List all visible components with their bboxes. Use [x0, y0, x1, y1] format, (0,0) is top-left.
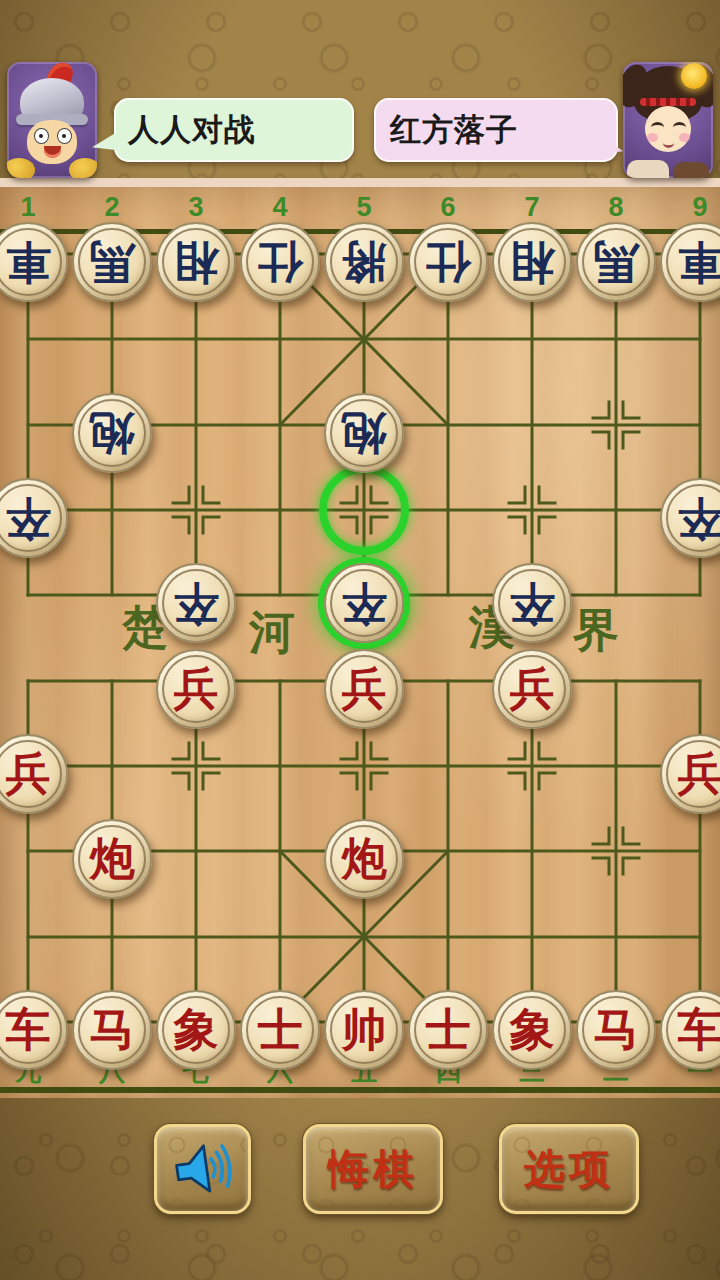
file-number-top-2: 2 — [98, 192, 126, 223]
piece-glyph: 帅 — [326, 992, 402, 1068]
piece-glyph: 马 — [578, 992, 654, 1068]
piece-glyph: 车 — [662, 992, 720, 1068]
piece-red-马[interactable]: 马 — [72, 990, 152, 1070]
princess-blush — [679, 133, 690, 142]
undo-button[interactable]: 悔棋 — [303, 1124, 443, 1214]
piece-glyph: 仕 — [242, 224, 318, 300]
piece-glyph: 兵 — [158, 651, 234, 727]
xiangqi-app: 人人对战 红方落子 悔棋 选项 1234567 — [0, 0, 720, 1280]
piece-red-兵[interactable]: 兵 — [156, 649, 236, 729]
piece-red-炮[interactable]: 炮 — [72, 819, 152, 899]
princess-bead-headband — [640, 98, 696, 106]
piece-glyph: 將 — [326, 224, 402, 300]
piece-glyph: 兵 — [0, 736, 66, 812]
mode-bubble-text: 人人对战 — [128, 109, 256, 151]
piece-red-帅[interactable]: 帅 — [324, 990, 404, 1070]
knight-shoulder — [69, 158, 97, 178]
piece-glyph: 士 — [410, 992, 486, 1068]
knight-shoulder — [7, 158, 35, 178]
princess-gold-ornament — [681, 63, 707, 89]
piece-red-象[interactable]: 象 — [492, 990, 572, 1070]
piece-black-炮[interactable]: 炮 — [324, 393, 404, 473]
player-avatar-right — [623, 62, 713, 178]
piece-black-卒[interactable]: 卒 — [660, 478, 720, 558]
piece-glyph: 車 — [662, 224, 720, 300]
piece-black-相[interactable]: 相 — [156, 222, 236, 302]
princess-mouth — [663, 138, 674, 148]
piece-black-相[interactable]: 相 — [492, 222, 572, 302]
piece-black-卒[interactable]: 卒 — [492, 563, 572, 643]
river-text: 界 — [573, 600, 619, 662]
piece-glyph: 兵 — [326, 651, 402, 727]
piece-glyph: 車 — [0, 224, 66, 300]
princess-blush — [647, 133, 658, 142]
last-move-origin-ring — [319, 465, 409, 555]
piece-red-炮[interactable]: 炮 — [324, 819, 404, 899]
knight-eye — [57, 128, 72, 144]
piece-glyph: 卒 — [0, 480, 66, 556]
options-button-label: 选项 — [524, 1142, 614, 1197]
piece-black-卒[interactable]: 卒 — [324, 563, 404, 643]
piece-glyph: 车 — [0, 992, 66, 1068]
piece-glyph: 炮 — [74, 395, 150, 471]
piece-black-炮[interactable]: 炮 — [72, 393, 152, 473]
piece-glyph: 兵 — [662, 736, 720, 812]
file-number-top-1: 1 — [14, 192, 42, 223]
mode-bubble: 人人对战 — [114, 98, 354, 162]
piece-red-车[interactable]: 车 — [660, 990, 720, 1070]
file-number-top-7: 7 — [518, 192, 546, 223]
piece-black-仕[interactable]: 仕 — [408, 222, 488, 302]
piece-red-兵[interactable]: 兵 — [660, 734, 720, 814]
piece-glyph: 炮 — [74, 821, 150, 897]
piece-glyph: 士 — [242, 992, 318, 1068]
piece-glyph: 象 — [494, 992, 570, 1068]
piece-glyph: 炮 — [326, 821, 402, 897]
options-button[interactable]: 选项 — [499, 1124, 639, 1214]
turn-bubble: 红方落子 — [374, 98, 618, 162]
piece-glyph: 马 — [74, 992, 150, 1068]
board-top-trim — [0, 178, 720, 187]
piece-glyph: 象 — [158, 992, 234, 1068]
piece-red-象[interactable]: 象 — [156, 990, 236, 1070]
file-number-top-5: 5 — [350, 192, 378, 223]
princess-eye — [651, 122, 664, 133]
piece-red-马[interactable]: 马 — [576, 990, 656, 1070]
piece-red-兵[interactable]: 兵 — [0, 734, 68, 814]
file-number-top-8: 8 — [602, 192, 630, 223]
piece-glyph: 相 — [494, 224, 570, 300]
piece-glyph: 馬 — [578, 224, 654, 300]
piece-glyph: 仕 — [410, 224, 486, 300]
piece-red-车[interactable]: 车 — [0, 990, 68, 1070]
piece-glyph: 卒 — [158, 565, 234, 641]
piece-glyph: 卒 — [494, 565, 570, 641]
princess-robe — [673, 162, 709, 178]
piece-red-士[interactable]: 士 — [408, 990, 488, 1070]
piece-red-士[interactable]: 士 — [240, 990, 320, 1070]
piece-black-車[interactable]: 車 — [660, 222, 720, 302]
piece-glyph: 相 — [158, 224, 234, 300]
piece-glyph: 炮 — [326, 395, 402, 471]
piece-red-兵[interactable]: 兵 — [324, 649, 404, 729]
file-number-top-9: 9 — [686, 192, 714, 223]
princess-robe — [627, 160, 669, 178]
piece-black-馬[interactable]: 馬 — [576, 222, 656, 302]
piece-black-卒[interactable]: 卒 — [0, 478, 68, 558]
piece-black-馬[interactable]: 馬 — [72, 222, 152, 302]
piece-black-卒[interactable]: 卒 — [156, 563, 236, 643]
sound-button[interactable] — [154, 1124, 251, 1214]
piece-glyph: 卒 — [662, 480, 720, 556]
piece-black-將[interactable]: 將 — [324, 222, 404, 302]
turn-bubble-text: 红方落子 — [390, 109, 518, 151]
piece-red-兵[interactable]: 兵 — [492, 649, 572, 729]
knight-eye — [34, 128, 49, 144]
speaker-icon — [165, 1132, 240, 1207]
piece-glyph: 卒 — [326, 565, 402, 641]
river-text: 河 — [249, 602, 295, 664]
piece-black-車[interactable]: 車 — [0, 222, 68, 302]
file-number-top-3: 3 — [182, 192, 210, 223]
piece-glyph: 馬 — [74, 224, 150, 300]
file-number-top-4: 4 — [266, 192, 294, 223]
player-avatar-left — [7, 62, 97, 178]
piece-black-仕[interactable]: 仕 — [240, 222, 320, 302]
undo-button-label: 悔棋 — [328, 1142, 418, 1197]
file-number-top-6: 6 — [434, 192, 462, 223]
piece-glyph: 兵 — [494, 651, 570, 727]
princess-eye — [673, 122, 686, 133]
